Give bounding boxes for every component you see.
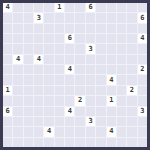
cell[interactable] [138, 75, 147, 84]
cell[interactable] [44, 117, 53, 126]
cell[interactable] [24, 75, 33, 84]
cell[interactable] [86, 96, 95, 105]
cell[interactable] [127, 13, 136, 22]
cell[interactable] [3, 13, 12, 22]
clue-cell[interactable]: 3 [86, 44, 95, 53]
clue-cell[interactable]: 3 [138, 107, 147, 116]
clue-cell[interactable]: 2 [127, 86, 136, 95]
cell[interactable] [44, 3, 53, 12]
cell[interactable] [34, 34, 43, 43]
cell[interactable] [117, 24, 126, 33]
clue-cell[interactable]: 4 [34, 55, 43, 64]
cell[interactable] [13, 34, 22, 43]
cell[interactable] [117, 44, 126, 53]
cell[interactable] [96, 117, 105, 126]
clue-cell[interactable]: 4 [3, 3, 12, 12]
cell[interactable] [96, 127, 105, 136]
cell[interactable] [127, 107, 136, 116]
cell[interactable] [55, 65, 64, 74]
cell[interactable] [13, 65, 22, 74]
clue-cell[interactable]: 3 [34, 13, 43, 22]
cell[interactable] [34, 107, 43, 116]
cell[interactable] [3, 34, 12, 43]
cell[interactable] [13, 127, 22, 136]
cell[interactable] [24, 55, 33, 64]
cell[interactable] [3, 127, 12, 136]
cell[interactable] [75, 3, 84, 12]
cell[interactable] [44, 13, 53, 22]
cell[interactable] [13, 138, 22, 147]
cell[interactable] [65, 127, 74, 136]
cell[interactable] [44, 86, 53, 95]
cell[interactable] [24, 65, 33, 74]
clue-cell[interactable]: 6 [138, 13, 147, 22]
cell[interactable] [107, 44, 116, 53]
cell[interactable] [3, 138, 12, 147]
cell[interactable] [75, 34, 84, 43]
cell[interactable] [96, 55, 105, 64]
puzzle-board: 41636643444241221643344 [0, 0, 150, 150]
cell[interactable] [96, 44, 105, 53]
cell[interactable] [3, 65, 12, 74]
cell[interactable] [44, 75, 53, 84]
cell[interactable] [138, 55, 147, 64]
cell[interactable] [34, 65, 43, 74]
clue-cell[interactable]: 4 [65, 107, 74, 116]
cell[interactable] [65, 86, 74, 95]
cell[interactable] [55, 75, 64, 84]
cell[interactable] [75, 117, 84, 126]
cell[interactable] [44, 138, 53, 147]
cell[interactable] [55, 107, 64, 116]
clue-cell[interactable]: 6 [65, 34, 74, 43]
clue-cell[interactable]: 1 [3, 86, 12, 95]
cell[interactable] [127, 3, 136, 12]
clue-cell[interactable]: 1 [107, 96, 116, 105]
cell[interactable] [117, 127, 126, 136]
cell[interactable] [117, 34, 126, 43]
cell[interactable] [55, 13, 64, 22]
cell[interactable] [96, 138, 105, 147]
cell[interactable] [24, 127, 33, 136]
cell[interactable] [13, 75, 22, 84]
cell[interactable] [65, 3, 74, 12]
cell[interactable] [34, 117, 43, 126]
clue-cell[interactable]: 4 [107, 127, 116, 136]
cell[interactable] [3, 96, 12, 105]
clue-cell[interactable]: 1 [55, 3, 64, 12]
cell[interactable] [117, 86, 126, 95]
cell[interactable] [44, 65, 53, 74]
cell[interactable] [65, 138, 74, 147]
cell[interactable] [138, 3, 147, 12]
cell[interactable] [24, 107, 33, 116]
cell[interactable] [86, 34, 95, 43]
cell[interactable] [117, 107, 126, 116]
cell[interactable] [96, 3, 105, 12]
cell[interactable] [127, 117, 136, 126]
cell[interactable] [96, 107, 105, 116]
cell[interactable] [34, 96, 43, 105]
cell[interactable] [117, 65, 126, 74]
clue-cell[interactable]: 4 [44, 127, 53, 136]
clue-cell[interactable]: 6 [86, 3, 95, 12]
cell[interactable] [55, 117, 64, 126]
cell[interactable] [65, 75, 74, 84]
cell[interactable] [107, 86, 116, 95]
cell[interactable] [96, 75, 105, 84]
cell[interactable] [34, 75, 43, 84]
cell[interactable] [117, 3, 126, 12]
cell[interactable] [127, 55, 136, 64]
cell[interactable] [75, 75, 84, 84]
cell[interactable] [34, 44, 43, 53]
cell[interactable] [24, 3, 33, 12]
cell[interactable] [75, 44, 84, 53]
cell[interactable] [138, 138, 147, 147]
cell[interactable] [13, 107, 22, 116]
cell[interactable] [24, 138, 33, 147]
cell[interactable] [13, 3, 22, 12]
cell[interactable] [44, 44, 53, 53]
cell[interactable] [55, 127, 64, 136]
cell[interactable] [86, 55, 95, 64]
cell[interactable] [3, 75, 12, 84]
cell[interactable] [107, 24, 116, 33]
cell[interactable] [96, 65, 105, 74]
cell[interactable] [107, 34, 116, 43]
cell[interactable] [75, 138, 84, 147]
cell[interactable] [65, 13, 74, 22]
cell[interactable] [86, 86, 95, 95]
clue-cell[interactable]: 4 [65, 65, 74, 74]
cell[interactable] [107, 13, 116, 22]
cell[interactable] [127, 127, 136, 136]
cell[interactable] [44, 24, 53, 33]
cell[interactable] [127, 44, 136, 53]
cell[interactable] [44, 107, 53, 116]
cell[interactable] [24, 117, 33, 126]
cell[interactable] [55, 34, 64, 43]
clue-cell[interactable]: 4 [138, 34, 147, 43]
cell[interactable] [138, 96, 147, 105]
clue-cell[interactable]: 3 [86, 117, 95, 126]
cell[interactable] [138, 117, 147, 126]
cell[interactable] [86, 107, 95, 116]
cell[interactable] [107, 107, 116, 116]
cell[interactable] [65, 24, 74, 33]
cell[interactable] [34, 138, 43, 147]
cell[interactable] [96, 13, 105, 22]
cell[interactable] [138, 127, 147, 136]
cell[interactable] [3, 24, 12, 33]
clue-cell[interactable]: 4 [13, 55, 22, 64]
cell[interactable] [13, 117, 22, 126]
cell[interactable] [86, 75, 95, 84]
cell[interactable] [34, 3, 43, 12]
cell[interactable] [24, 44, 33, 53]
cell[interactable] [127, 96, 136, 105]
cell[interactable] [107, 3, 116, 12]
cell[interactable] [107, 55, 116, 64]
cell[interactable] [3, 117, 12, 126]
cell[interactable] [65, 96, 74, 105]
cell[interactable] [117, 55, 126, 64]
cell[interactable] [13, 86, 22, 95]
cell[interactable] [127, 34, 136, 43]
cell[interactable] [65, 55, 74, 64]
cell[interactable] [55, 55, 64, 64]
cell[interactable] [138, 24, 147, 33]
cell[interactable] [86, 24, 95, 33]
cell[interactable] [44, 55, 53, 64]
cell[interactable] [96, 86, 105, 95]
clue-cell[interactable]: 2 [138, 65, 147, 74]
cell[interactable] [55, 24, 64, 33]
cell[interactable] [13, 24, 22, 33]
cell[interactable] [127, 75, 136, 84]
cell[interactable] [55, 138, 64, 147]
cell[interactable] [117, 96, 126, 105]
cell[interactable] [127, 24, 136, 33]
cell[interactable] [65, 117, 74, 126]
cell[interactable] [55, 96, 64, 105]
cell[interactable] [34, 127, 43, 136]
cell[interactable] [34, 24, 43, 33]
cell[interactable] [24, 13, 33, 22]
clue-cell[interactable]: 6 [3, 107, 12, 116]
cell[interactable] [75, 24, 84, 33]
cell[interactable] [86, 65, 95, 74]
cell[interactable] [75, 107, 84, 116]
cell[interactable] [24, 24, 33, 33]
cell[interactable] [107, 65, 116, 74]
cell[interactable] [13, 96, 22, 105]
cell[interactable] [86, 138, 95, 147]
cell[interactable] [55, 86, 64, 95]
cell[interactable] [107, 117, 116, 126]
cell[interactable] [117, 138, 126, 147]
cell[interactable] [13, 44, 22, 53]
cell[interactable] [3, 44, 12, 53]
cell[interactable] [117, 75, 126, 84]
cell[interactable] [34, 86, 43, 95]
clue-cell[interactable]: 4 [107, 75, 116, 84]
cell[interactable] [138, 44, 147, 53]
cell[interactable] [13, 13, 22, 22]
cell[interactable] [96, 34, 105, 43]
cell[interactable] [3, 55, 12, 64]
cell[interactable] [24, 34, 33, 43]
cell[interactable] [55, 44, 64, 53]
cell[interactable] [75, 86, 84, 95]
cell[interactable] [107, 138, 116, 147]
cell[interactable] [96, 96, 105, 105]
cell[interactable] [117, 13, 126, 22]
cell[interactable] [127, 65, 136, 74]
cell[interactable] [65, 44, 74, 53]
cell[interactable] [75, 127, 84, 136]
cell[interactable] [86, 127, 95, 136]
cell[interactable] [117, 117, 126, 126]
cell[interactable] [75, 55, 84, 64]
cell[interactable] [75, 13, 84, 22]
cell[interactable] [86, 13, 95, 22]
cell[interactable] [24, 86, 33, 95]
cell[interactable] [138, 86, 147, 95]
cell[interactable] [75, 65, 84, 74]
clue-cell[interactable]: 2 [75, 96, 84, 105]
cell[interactable] [24, 96, 33, 105]
cell[interactable] [44, 96, 53, 105]
cell[interactable] [44, 34, 53, 43]
cell[interactable] [96, 24, 105, 33]
cell[interactable] [127, 138, 136, 147]
